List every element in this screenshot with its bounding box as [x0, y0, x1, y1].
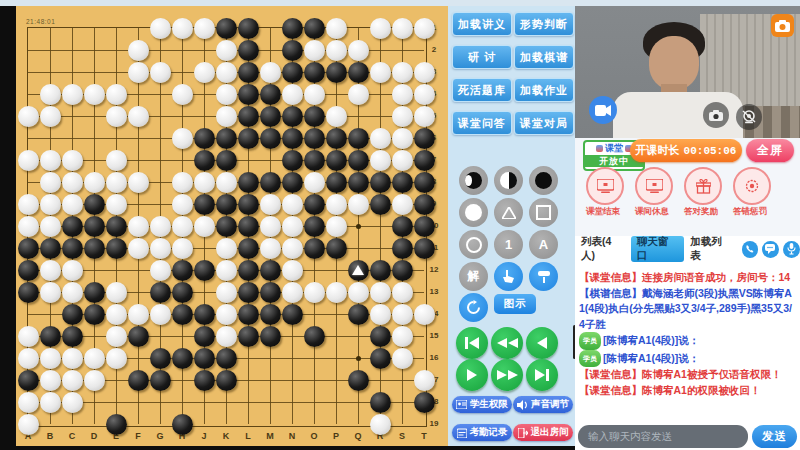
black-stone[interactable]: [414, 128, 435, 149]
black-stone[interactable]: [194, 326, 215, 347]
black-stone[interactable]: [106, 414, 127, 435]
black-stone[interactable]: [392, 216, 413, 237]
snapshot-icon-button[interactable]: [703, 102, 729, 128]
white-stone[interactable]: [18, 194, 39, 215]
black-stone[interactable]: [40, 238, 61, 259]
white-stone[interactable]: [216, 238, 237, 259]
white-stone[interactable]: [216, 326, 237, 347]
white-stone[interactable]: [216, 62, 237, 83]
black-stone[interactable]: [414, 238, 435, 259]
panel-button-7[interactable]: 课堂问答: [452, 111, 512, 135]
white-stone[interactable]: [40, 172, 61, 193]
panel-button-1[interactable]: 加载讲义: [452, 12, 512, 36]
black-stone[interactable]: [150, 282, 171, 303]
white-stone[interactable]: [392, 150, 413, 171]
white-stone[interactable]: [40, 106, 61, 127]
black-stone[interactable]: [282, 128, 303, 149]
black-stone[interactable]: [348, 128, 369, 149]
letter-marker-tool[interactable]: A: [529, 230, 558, 259]
circle-marker-tool[interactable]: [459, 230, 488, 259]
white-stone[interactable]: [62, 392, 83, 413]
black-stone[interactable]: [260, 172, 281, 193]
black-stone[interactable]: [304, 128, 325, 149]
white-stone[interactable]: [106, 304, 127, 325]
black-stone[interactable]: [18, 282, 39, 303]
white-stone[interactable]: [414, 304, 435, 325]
white-stone[interactable]: [370, 18, 391, 39]
black-stone[interactable]: [414, 392, 435, 413]
white-stone[interactable]: [370, 304, 391, 325]
white-stone[interactable]: [128, 216, 149, 237]
black-stone[interactable]: [392, 260, 413, 281]
white-stone[interactable]: [414, 62, 435, 83]
black-stone[interactable]: [260, 260, 281, 281]
black-stone[interactable]: [304, 238, 325, 259]
black-stone[interactable]: [238, 282, 259, 303]
black-stone[interactable]: [172, 414, 193, 435]
panel-button-8[interactable]: 课堂对局: [514, 111, 574, 135]
black-stone[interactable]: [326, 62, 347, 83]
white-stone[interactable]: [282, 194, 303, 215]
black-stone[interactable]: [172, 348, 193, 369]
black-stone[interactable]: [238, 326, 259, 347]
black-stone[interactable]: [238, 260, 259, 281]
chat-message-list[interactable]: 【课堂信息】连接房间语音成功，房间号：14【棋谱信息】戴海涵老师(3段)执黑VS…: [575, 262, 800, 422]
black-stone[interactable]: [414, 150, 435, 171]
black-stone[interactable]: [304, 194, 325, 215]
white-stone[interactable]: [172, 18, 193, 39]
black-stone[interactable]: [414, 194, 435, 215]
panel-button-6[interactable]: 加载作业: [514, 78, 574, 102]
tab-3[interactable]: 加载列表: [684, 236, 737, 262]
black-stone[interactable]: [304, 326, 325, 347]
member-badge: 学员: [579, 350, 601, 368]
white-stone[interactable]: [18, 150, 39, 171]
white-stone[interactable]: [392, 304, 413, 325]
white-stone[interactable]: [106, 106, 127, 127]
white-stone[interactable]: [348, 282, 369, 303]
white-stone[interactable]: [128, 304, 149, 325]
calendar-icon: [457, 428, 467, 438]
white-stone[interactable]: [106, 150, 127, 171]
white-stone[interactable]: [392, 18, 413, 39]
white-stone[interactable]: [392, 282, 413, 303]
chat-message-2: 【棋谱信息】戴海涵老师(3段)执黑VS陈博宥A1(4段)执白(分先黑贴3又3/4…: [579, 286, 796, 333]
black-stone[interactable]: [84, 282, 105, 303]
panel-button-2[interactable]: 形势判断: [514, 12, 574, 36]
black-stone[interactable]: [238, 194, 259, 215]
black-stone[interactable]: [128, 326, 149, 347]
black-stone[interactable]: [260, 326, 281, 347]
penalty-label: 答错惩罚: [724, 206, 776, 218]
fullscreen-button[interactable]: 全屏: [746, 139, 794, 162]
white-stone[interactable]: [150, 62, 171, 83]
white-stone[interactable]: [62, 172, 83, 193]
black-stone[interactable]: [62, 238, 83, 259]
white-stone[interactable]: [282, 84, 303, 105]
white-stone[interactable]: [18, 348, 39, 369]
speaker-icon: [517, 400, 528, 410]
black-stone[interactable]: [238, 172, 259, 193]
white-stone[interactable]: [326, 216, 347, 237]
refresh-tool[interactable]: [459, 293, 488, 322]
black-stone[interactable]: [62, 216, 83, 237]
white-stone[interactable]: [260, 238, 281, 259]
black-stone[interactable]: [216, 150, 237, 171]
white-stone[interactable]: [194, 216, 215, 237]
black-stone[interactable]: [106, 238, 127, 259]
black-stone[interactable]: [238, 106, 259, 127]
white-stone[interactable]: [260, 194, 281, 215]
white-stone[interactable]: [128, 106, 149, 127]
white-stone[interactable]: [84, 172, 105, 193]
white-stone[interactable]: [216, 84, 237, 105]
black-stone[interactable]: [150, 370, 171, 391]
white-stone[interactable]: [62, 370, 83, 391]
white-stone[interactable]: [194, 172, 215, 193]
member-badge: 学员: [579, 332, 601, 350]
white-stone[interactable]: [172, 172, 193, 193]
black-stone[interactable]: [260, 106, 281, 127]
white-stone[interactable]: [62, 348, 83, 369]
white-stone[interactable]: [370, 414, 391, 435]
black-stone[interactable]: [40, 326, 61, 347]
black-stone[interactable]: [18, 370, 39, 391]
class-break-button[interactable]: [635, 167, 673, 205]
black-stone[interactable]: [106, 216, 127, 237]
white-stone[interactable]: [326, 106, 347, 127]
black-stone[interactable]: [392, 172, 413, 193]
black-stone[interactable]: [194, 304, 215, 325]
white-stone[interactable]: [260, 216, 281, 237]
jie-tool[interactable]: 解: [459, 262, 488, 291]
black-stone[interactable]: [304, 216, 325, 237]
white-stone[interactable]: [150, 18, 171, 39]
white-stone[interactable]: [326, 40, 347, 61]
white-stone[interactable]: [106, 282, 127, 303]
white-stone[interactable]: [370, 282, 391, 303]
white-stone[interactable]: [392, 348, 413, 369]
black-stone[interactable]: [172, 304, 193, 325]
white-stone[interactable]: [216, 282, 237, 303]
white-stone[interactable]: [392, 128, 413, 149]
black-stone[interactable]: [260, 282, 281, 303]
black-stone[interactable]: [84, 194, 105, 215]
black-stone[interactable]: [238, 18, 259, 39]
white-stone[interactable]: [62, 260, 83, 281]
white-stone[interactable]: [172, 194, 193, 215]
camcorder-icon-button[interactable]: [589, 96, 617, 124]
black-stone[interactable]: [194, 260, 215, 281]
reward-button[interactable]: [684, 167, 722, 205]
white-stone[interactable]: [18, 216, 39, 237]
white-stone[interactable]: [106, 194, 127, 215]
white-stone[interactable]: [106, 326, 127, 347]
black-stone-tool[interactable]: [459, 166, 488, 195]
white-stone[interactable]: [172, 216, 193, 237]
fast-forward-button[interactable]: [491, 359, 523, 391]
black-stone[interactable]: [216, 216, 237, 237]
step-back-button[interactable]: [526, 327, 558, 359]
black-stone[interactable]: [18, 238, 39, 259]
black-stone[interactable]: [304, 62, 325, 83]
column-label: J: [197, 431, 211, 441]
white-stone[interactable]: [40, 194, 61, 215]
white-stone[interactable]: [282, 260, 303, 281]
black-stone[interactable]: [348, 370, 369, 391]
black-stone[interactable]: [216, 348, 237, 369]
pointer-tool[interactable]: [494, 262, 523, 291]
black-stone[interactable]: [150, 348, 171, 369]
rewind-button[interactable]: [491, 327, 523, 359]
black-stone[interactable]: [348, 150, 369, 171]
white-stone[interactable]: [128, 172, 149, 193]
white-stone-tool[interactable]: [459, 198, 488, 227]
white-stone[interactable]: [348, 194, 369, 215]
black-stone[interactable]: [260, 128, 281, 149]
black-stone[interactable]: [282, 106, 303, 127]
white-stone[interactable]: [18, 106, 39, 127]
phone-icon[interactable]: [742, 241, 759, 258]
white-stone[interactable]: [282, 216, 303, 237]
play-button[interactable]: [456, 359, 488, 391]
exit-room-button[interactable]: 退出房间: [513, 424, 573, 441]
send-button[interactable]: 发送: [752, 425, 797, 448]
chat-bubbles-icon[interactable]: [762, 241, 779, 258]
column-label: K: [219, 431, 233, 441]
panel-button-4[interactable]: 加载棋谱: [514, 45, 574, 69]
panel-pill-1[interactable]: 学生权限: [452, 396, 512, 413]
white-stone[interactable]: [392, 106, 413, 127]
black-stone[interactable]: [128, 370, 149, 391]
white-stone[interactable]: [84, 348, 105, 369]
black-stone[interactable]: [62, 304, 83, 325]
white-stone[interactable]: [216, 304, 237, 325]
black-stone[interactable]: [304, 106, 325, 127]
white-stone[interactable]: [18, 414, 39, 435]
black-stone[interactable]: [238, 304, 259, 325]
black-stone[interactable]: [414, 216, 435, 237]
white-stone[interactable]: [282, 282, 303, 303]
white-stone[interactable]: [370, 150, 391, 171]
eraser-tool[interactable]: [529, 262, 558, 291]
tab-1[interactable]: 列表(4人): [575, 236, 631, 262]
black-stone[interactable]: [238, 128, 259, 149]
white-stone[interactable]: [194, 62, 215, 83]
white-stone[interactable]: [414, 18, 435, 39]
black-stone[interactable]: [194, 150, 215, 171]
white-stone[interactable]: [392, 326, 413, 347]
white-stone[interactable]: [304, 282, 325, 303]
alternate-stone-tool[interactable]: [494, 166, 523, 195]
diagram-button[interactable]: 图示: [494, 294, 536, 314]
triangle-marker-tool[interactable]: [494, 198, 523, 227]
tab-2[interactable]: 聊天窗口: [631, 236, 684, 262]
white-stone[interactable]: [128, 238, 149, 259]
white-stone[interactable]: [304, 172, 325, 193]
go-board[interactable]: 21:48:01 ABCDEFGHJKLMNOPQRST123456789101…: [16, 6, 448, 446]
white-stone[interactable]: [18, 326, 39, 347]
panel-pill-2[interactable]: 声音调节: [513, 396, 573, 413]
white-stone[interactable]: [40, 282, 61, 303]
black-stone[interactable]: [414, 172, 435, 193]
panel-button-3[interactable]: 研 讨: [452, 45, 512, 69]
black-stone[interactable]: [370, 260, 391, 281]
black-stone[interactable]: [282, 18, 303, 39]
white-stone[interactable]: [150, 304, 171, 325]
white-stone[interactable]: [128, 62, 149, 83]
grid-line: [28, 402, 424, 403]
white-stone[interactable]: [216, 260, 237, 281]
white-stone[interactable]: [150, 260, 171, 281]
white-stone[interactable]: [348, 84, 369, 105]
black-stone[interactable]: [260, 304, 281, 325]
white-stone[interactable]: [260, 62, 281, 83]
black-stone[interactable]: [282, 150, 303, 171]
black-stone[interactable]: [62, 326, 83, 347]
white-stone[interactable]: [40, 150, 61, 171]
black-stone[interactable]: [348, 62, 369, 83]
black-stone[interactable]: [238, 216, 259, 237]
white-stone[interactable]: [40, 84, 61, 105]
white-stone[interactable]: [106, 348, 127, 369]
black-stone[interactable]: [216, 128, 237, 149]
white-stone[interactable]: [106, 172, 127, 193]
black-stone[interactable]: [84, 304, 105, 325]
white-stone[interactable]: [414, 84, 435, 105]
black-stone[interactable]: [18, 260, 39, 281]
penalty-button[interactable]: [733, 167, 771, 205]
white-stone[interactable]: [414, 106, 435, 127]
black-stone[interactable]: [172, 282, 193, 303]
black-stone-solid-tool[interactable]: [529, 166, 558, 195]
white-stone[interactable]: [216, 172, 237, 193]
black-stone[interactable]: [216, 18, 237, 39]
white-stone[interactable]: [62, 150, 83, 171]
white-stone[interactable]: [18, 392, 39, 413]
white-stone[interactable]: [40, 370, 61, 391]
webcam-off-icon-button[interactable]: [736, 104, 762, 130]
black-stone[interactable]: [282, 172, 303, 193]
skip-end-button[interactable]: [526, 359, 558, 391]
white-stone[interactable]: [326, 194, 347, 215]
black-stone[interactable]: [194, 370, 215, 391]
white-stone[interactable]: [84, 84, 105, 105]
white-stone[interactable]: [150, 238, 171, 259]
black-stone[interactable]: [194, 348, 215, 369]
black-stone[interactable]: [238, 238, 259, 259]
row-label: 2: [427, 45, 441, 54]
black-stone[interactable]: [216, 370, 237, 391]
black-stone[interactable]: [348, 172, 369, 193]
black-stone[interactable]: [326, 150, 347, 171]
white-stone[interactable]: [84, 370, 105, 391]
class-end-button[interactable]: [586, 167, 624, 205]
black-stone[interactable]: [282, 304, 303, 325]
white-stone[interactable]: [392, 84, 413, 105]
black-stone[interactable]: [326, 128, 347, 149]
number-marker-tool[interactable]: 1: [494, 230, 523, 259]
white-stone[interactable]: [216, 40, 237, 61]
black-stone[interactable]: [326, 172, 347, 193]
white-stone[interactable]: [370, 62, 391, 83]
black-stone[interactable]: [370, 392, 391, 413]
black-stone[interactable]: [194, 128, 215, 149]
white-stone[interactable]: [172, 238, 193, 259]
black-stone[interactable]: [370, 326, 391, 347]
skip-start-button[interactable]: [456, 327, 488, 359]
black-stone[interactable]: [282, 62, 303, 83]
white-stone[interactable]: [172, 84, 193, 105]
chat-input[interactable]: 输入聊天内容发送: [578, 425, 748, 448]
white-stone[interactable]: [62, 194, 83, 215]
white-stone[interactable]: [172, 128, 193, 149]
chat-message-4: 学员[陈博宥A1(4段)]说：: [579, 350, 796, 368]
black-stone[interactable]: [370, 172, 391, 193]
white-stone[interactable]: [370, 128, 391, 149]
white-stone[interactable]: [392, 194, 413, 215]
star-point: [356, 224, 361, 229]
white-stone[interactable]: [40, 392, 61, 413]
white-stone[interactable]: [282, 238, 303, 259]
white-stone[interactable]: [326, 18, 347, 39]
white-stone[interactable]: [40, 260, 61, 281]
column-label: F: [131, 431, 145, 441]
panel-pill-3[interactable]: 考勤记录: [452, 424, 512, 441]
microphone-icon[interactable]: [783, 241, 800, 258]
black-stone[interactable]: [238, 84, 259, 105]
square-marker-tool[interactable]: [529, 198, 558, 227]
white-stone[interactable]: [216, 106, 237, 127]
black-stone[interactable]: [326, 238, 347, 259]
black-stone[interactable]: [370, 348, 391, 369]
black-stone[interactable]: [238, 62, 259, 83]
white-stone[interactable]: [62, 282, 83, 303]
black-stone[interactable]: [238, 40, 259, 61]
black-stone[interactable]: [392, 238, 413, 259]
black-stone[interactable]: [84, 216, 105, 237]
black-stone[interactable]: [172, 260, 193, 281]
white-stone[interactable]: [106, 84, 127, 105]
white-stone[interactable]: [392, 62, 413, 83]
black-stone[interactable]: [304, 18, 325, 39]
black-stone[interactable]: [370, 194, 391, 215]
panel-button-5[interactable]: 死活题库: [452, 78, 512, 102]
black-stone[interactable]: [260, 84, 281, 105]
chat-message-5: 【课堂信息】陈博宥A1被授予仅语音权限！: [579, 367, 796, 383]
white-stone[interactable]: [194, 18, 215, 39]
white-stone[interactable]: [150, 216, 171, 237]
black-stone[interactable]: [282, 40, 303, 61]
white-stone[interactable]: [348, 40, 369, 61]
black-stone[interactable]: [194, 194, 215, 215]
reward-label: 答对奖励: [675, 206, 727, 218]
black-stone[interactable]: [304, 150, 325, 171]
white-stone[interactable]: [304, 40, 325, 61]
white-stone[interactable]: [326, 282, 347, 303]
black-stone[interactable]: [348, 304, 369, 325]
white-stone[interactable]: [40, 348, 61, 369]
white-stone[interactable]: [128, 40, 149, 61]
white-stone[interactable]: [304, 84, 325, 105]
black-stone[interactable]: [216, 194, 237, 215]
black-stone[interactable]: [84, 238, 105, 259]
white-stone[interactable]: [62, 84, 83, 105]
white-stone[interactable]: [414, 370, 435, 391]
column-label: N: [285, 431, 299, 441]
white-stone[interactable]: [40, 216, 61, 237]
camera-orange-button[interactable]: [771, 14, 794, 37]
